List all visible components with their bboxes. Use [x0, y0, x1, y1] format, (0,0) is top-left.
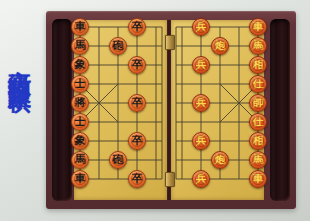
- piece-red-horse[interactable]: 馬: [249, 151, 267, 169]
- piece-glyph: 砲: [113, 37, 124, 55]
- piece-glyph: 馬: [75, 151, 86, 169]
- piece-red-elephant[interactable]: 相: [249, 132, 267, 150]
- piece-glyph: 卒: [132, 132, 143, 150]
- piece-glyph: 仕: [253, 113, 264, 131]
- piece-black-advisor[interactable]: 士: [71, 113, 89, 131]
- piece-glyph: 炮: [215, 151, 226, 169]
- piece-red-soldier[interactable]: 兵: [192, 56, 210, 74]
- piece-black-soldier[interactable]: 卒: [128, 132, 146, 150]
- piece-red-soldier[interactable]: 兵: [192, 18, 210, 36]
- piece-glyph: 卒: [132, 94, 143, 112]
- piece-red-chariot[interactable]: 車: [249, 170, 267, 188]
- piece-red-soldier[interactable]: 兵: [192, 132, 210, 150]
- piece-glyph: 兵: [196, 132, 207, 150]
- product-title-vertical: 高级猫眼象棋: [5, 51, 35, 217]
- piece-black-horse[interactable]: 馬: [71, 37, 89, 55]
- hinge-bottom-icon: [165, 172, 175, 187]
- piece-red-soldier[interactable]: 兵: [192, 170, 210, 188]
- piece-red-general[interactable]: 帥: [249, 94, 267, 112]
- piece-glyph: 馬: [75, 37, 86, 55]
- piece-glyph: 將: [75, 94, 86, 112]
- piece-black-elephant[interactable]: 象: [71, 56, 89, 74]
- piece-black-chariot[interactable]: 車: [71, 170, 89, 188]
- piece-red-horse[interactable]: 馬: [249, 37, 267, 55]
- piece-black-cannon[interactable]: 砲: [109, 151, 127, 169]
- piece-glyph: 士: [75, 75, 86, 93]
- piece-glyph: 卒: [132, 170, 143, 188]
- piece-glyph: 車: [75, 18, 86, 36]
- piece-glyph: 卒: [132, 18, 143, 36]
- piece-glyph: 帥: [253, 94, 264, 112]
- piece-red-cannon[interactable]: 炮: [211, 151, 229, 169]
- piece-glyph: 車: [253, 170, 264, 188]
- board-frame: 車馬象士將士象馬車砲砲卒卒卒卒卒兵兵兵兵兵炮炮車馬相仕帥仕相馬車: [46, 11, 296, 209]
- piece-glyph: 砲: [113, 151, 124, 169]
- piece-glyph: 相: [253, 132, 264, 150]
- hinge-top-icon: [165, 35, 175, 50]
- piece-black-soldier[interactable]: 卒: [128, 56, 146, 74]
- piece-black-elephant[interactable]: 象: [71, 132, 89, 150]
- piece-red-advisor[interactable]: 仕: [249, 75, 267, 93]
- piece-glyph: 兵: [196, 170, 207, 188]
- piece-glyph: 馬: [253, 151, 264, 169]
- piece-red-advisor[interactable]: 仕: [249, 113, 267, 131]
- piece-glyph: 車: [253, 18, 264, 36]
- piece-black-soldier[interactable]: 卒: [128, 18, 146, 36]
- piece-glyph: 相: [253, 56, 264, 74]
- piece-black-soldier[interactable]: 卒: [128, 170, 146, 188]
- piece-glyph: 炮: [215, 37, 226, 55]
- piece-glyph: 士: [75, 113, 86, 131]
- piece-glyph: 兵: [196, 94, 207, 112]
- piece-glyph: 車: [75, 170, 86, 188]
- piece-black-horse[interactable]: 馬: [71, 151, 89, 169]
- piece-glyph: 象: [75, 132, 86, 150]
- piece-red-cannon[interactable]: 炮: [211, 37, 229, 55]
- piece-black-cannon[interactable]: 砲: [109, 37, 127, 55]
- piece-glyph: 兵: [196, 56, 207, 74]
- piece-black-advisor[interactable]: 士: [71, 75, 89, 93]
- piece-tray-left: [52, 19, 72, 201]
- piece-black-general[interactable]: 將: [71, 94, 89, 112]
- piece-glyph: 象: [75, 56, 86, 74]
- piece-glyph: 仕: [253, 75, 264, 93]
- piece-black-soldier[interactable]: 卒: [128, 94, 146, 112]
- piece-glyph: 卒: [132, 56, 143, 74]
- piece-glyph: 馬: [253, 37, 264, 55]
- piece-tray-right: [270, 19, 290, 201]
- piece-black-chariot[interactable]: 車: [71, 18, 89, 36]
- piece-glyph: 兵: [196, 18, 207, 36]
- piece-red-soldier[interactable]: 兵: [192, 94, 210, 112]
- product-photo-page: 高级猫眼象棋 車馬象士將士象馬車砲砲卒卒卒卒卒兵兵兵兵兵炮炮車馬相仕帥仕相馬車: [0, 0, 310, 221]
- piece-red-elephant[interactable]: 相: [249, 56, 267, 74]
- piece-red-chariot[interactable]: 車: [249, 18, 267, 36]
